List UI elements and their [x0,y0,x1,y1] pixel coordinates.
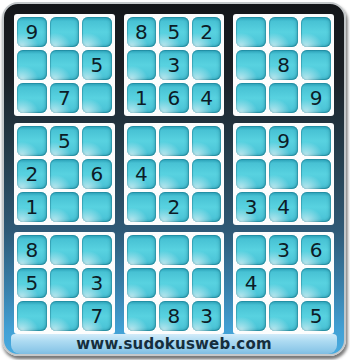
cell-r3c5[interactable]: 6 [159,83,189,113]
cell-r2c7[interactable] [236,50,266,80]
cell-r9c9[interactable]: 5 [301,301,331,331]
cell-r6c7[interactable]: 3 [236,192,266,222]
cell-r4c9[interactable] [301,126,331,156]
cell-r4c4[interactable] [127,126,157,156]
cell-r8c8[interactable] [269,268,299,298]
cell-r4c2[interactable]: 5 [50,126,80,156]
cell-r3c2[interactable]: 7 [50,83,80,113]
cell-r4c7[interactable] [236,126,266,156]
given-digit: 5 [25,273,38,293]
cell-r7c1[interactable]: 8 [17,235,47,265]
cell-r8c3[interactable]: 3 [82,268,112,298]
given-digit: 9 [277,131,290,151]
cell-r7c9[interactable]: 6 [301,235,331,265]
given-digit: 6 [91,164,104,184]
given-digit: 2 [168,197,181,217]
cell-r2c8[interactable]: 8 [269,50,299,80]
given-digit: 3 [277,240,290,260]
cell-r5c4[interactable]: 4 [127,159,157,189]
cell-r9c7[interactable] [236,301,266,331]
page: { "game": "sudoku", "board": { "size": 9… [0,0,350,360]
given-digit: 5 [168,22,181,42]
cell-r3c6[interactable]: 4 [192,83,222,113]
given-digit: 3 [200,306,213,326]
given-digit: 9 [310,88,323,108]
cell-r5c5[interactable] [159,159,189,189]
box-3-3: 3645 [233,232,334,334]
given-digit: 7 [58,88,71,108]
cell-r2c9[interactable] [301,50,331,80]
cell-r2c5[interactable]: 3 [159,50,189,80]
cell-r1c6[interactable]: 2 [192,17,222,47]
cell-r9c1[interactable] [17,301,47,331]
given-digit: 3 [91,273,104,293]
cell-r8c5[interactable] [159,268,189,298]
cell-r4c5[interactable] [159,126,189,156]
cell-r3c1[interactable] [17,83,47,113]
cell-r3c4[interactable]: 1 [127,83,157,113]
cell-r5c8[interactable] [269,159,299,189]
cell-r9c3[interactable]: 7 [82,301,112,331]
cell-r3c3[interactable] [82,83,112,113]
cell-r1c5[interactable]: 5 [159,17,189,47]
cell-r7c3[interactable] [82,235,112,265]
cell-r2c1[interactable] [17,50,47,80]
box-2-2: 42 [124,123,225,225]
cell-r8c1[interactable]: 5 [17,268,47,298]
box-1-1: 957 [14,14,115,116]
cell-r7c2[interactable] [50,235,80,265]
cell-r8c7[interactable]: 4 [236,268,266,298]
cell-r6c9[interactable] [301,192,331,222]
cell-r9c2[interactable] [50,301,80,331]
given-digit: 4 [135,164,148,184]
given-digit: 2 [25,164,38,184]
cell-r6c2[interactable] [50,192,80,222]
given-digit: 5 [58,131,71,151]
cell-r2c2[interactable] [50,50,80,80]
cell-r6c8[interactable]: 4 [269,192,299,222]
cell-r8c4[interactable] [127,268,157,298]
given-digit: 3 [245,197,258,217]
given-digit: 9 [25,22,38,42]
cell-r1c7[interactable] [236,17,266,47]
given-digit: 5 [310,306,323,326]
sudoku-grid: 9578523164895261429348537833645 [14,14,334,334]
cell-r7c4[interactable] [127,235,157,265]
cell-r4c1[interactable] [17,126,47,156]
given-digit: 2 [200,22,213,42]
given-digit: 4 [277,197,290,217]
given-digit: 6 [310,240,323,260]
cell-r6c6[interactable] [192,192,222,222]
cell-r1c1[interactable]: 9 [17,17,47,47]
cell-r1c8[interactable] [269,17,299,47]
box-2-3: 934 [233,123,334,225]
cell-r3c8[interactable] [269,83,299,113]
cell-r9c8[interactable] [269,301,299,331]
cell-r8c6[interactable] [192,268,222,298]
cell-r7c8[interactable]: 3 [269,235,299,265]
cell-r5c9[interactable] [301,159,331,189]
given-digit: 3 [168,55,181,75]
cell-r1c9[interactable] [301,17,331,47]
given-digit: 8 [168,306,181,326]
cell-r4c6[interactable] [192,126,222,156]
footer-bar: www.sudokusweb.com [11,334,337,354]
cell-r4c8[interactable]: 9 [269,126,299,156]
cell-r4c3[interactable] [82,126,112,156]
cell-r8c2[interactable] [50,268,80,298]
cell-r1c2[interactable] [50,17,80,47]
given-digit: 8 [25,240,38,260]
given-digit: 1 [135,88,148,108]
cell-r7c6[interactable] [192,235,222,265]
cell-r9c6[interactable]: 3 [192,301,222,331]
site-url[interactable]: www.sudokusweb.com [76,335,271,353]
cell-r2c6[interactable] [192,50,222,80]
sudoku-board-frame: 9578523164895261429348537833645 www.sudo… [2,2,346,356]
cell-r6c1[interactable]: 1 [17,192,47,222]
cell-r6c3[interactable] [82,192,112,222]
given-digit: 8 [277,55,290,75]
given-digit: 1 [25,197,38,217]
cell-r6c5[interactable]: 2 [159,192,189,222]
box-2-1: 5261 [14,123,115,225]
cell-r2c3[interactable]: 5 [82,50,112,80]
given-digit: 6 [168,88,181,108]
box-3-1: 8537 [14,232,115,334]
given-digit: 4 [200,88,213,108]
given-digit: 8 [135,22,148,42]
cell-r6c4[interactable] [127,192,157,222]
given-digit: 7 [91,306,104,326]
box-1-2: 8523164 [124,14,225,116]
cell-r7c7[interactable] [236,235,266,265]
cell-r5c1[interactable]: 2 [17,159,47,189]
cell-r5c3[interactable]: 6 [82,159,112,189]
cell-r7c5[interactable] [159,235,189,265]
cell-r8c9[interactable] [301,268,331,298]
cell-r3c7[interactable] [236,83,266,113]
cell-r5c7[interactable] [236,159,266,189]
cell-r9c4[interactable] [127,301,157,331]
cell-r5c6[interactable] [192,159,222,189]
cell-r9c5[interactable]: 8 [159,301,189,331]
cell-r3c9[interactable]: 9 [301,83,331,113]
box-3-2: 83 [124,232,225,334]
given-digit: 4 [245,273,258,293]
cell-r1c4[interactable]: 8 [127,17,157,47]
cell-r2c4[interactable] [127,50,157,80]
cell-r5c2[interactable] [50,159,80,189]
cell-r1c3[interactable] [82,17,112,47]
given-digit: 5 [91,55,104,75]
box-1-3: 89 [233,14,334,116]
